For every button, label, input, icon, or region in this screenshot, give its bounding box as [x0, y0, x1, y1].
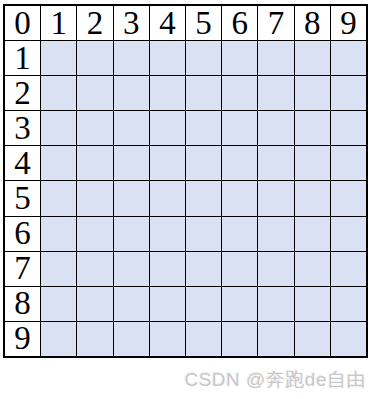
grid-cell [150, 111, 185, 145]
col-header-cell: 5 [186, 6, 221, 40]
row-header-cell: 4 [5, 146, 40, 180]
grid-cell [258, 217, 293, 251]
grid-cell [114, 287, 149, 321]
col-header-cell: 2 [77, 6, 112, 40]
grid-cell [41, 217, 76, 251]
grid-cell [77, 76, 112, 110]
grid-cell [150, 41, 185, 75]
grid-cell [258, 322, 293, 356]
watermark: CSDN @奔跑de自由 [184, 367, 366, 393]
grid-cell [222, 111, 257, 145]
grid-cell [114, 41, 149, 75]
grid-cell [114, 217, 149, 251]
grid-cell [77, 287, 112, 321]
col-header-cell: 7 [258, 6, 293, 40]
grid-cell [186, 146, 221, 180]
grid-cell [295, 322, 330, 356]
grid-cell [186, 111, 221, 145]
grid-cell [295, 217, 330, 251]
grid-cell [41, 322, 76, 356]
grid-cell [331, 322, 366, 356]
col-header-cell: 9 [331, 6, 366, 40]
grid-board: 0123456789123456789 [3, 4, 368, 358]
grid-cell [258, 287, 293, 321]
grid-cell [114, 181, 149, 215]
grid-cell [295, 146, 330, 180]
grid-cell [77, 252, 112, 286]
row-header-cell: 6 [5, 217, 40, 251]
grid-cell [150, 217, 185, 251]
row-header-cell: 8 [5, 287, 40, 321]
grid-cell [295, 287, 330, 321]
col-header-cell: 1 [41, 6, 76, 40]
grid-cell [295, 252, 330, 286]
row-header-cell: 2 [5, 76, 40, 110]
grid-cell [295, 76, 330, 110]
grid-cell [150, 252, 185, 286]
grid-cell [258, 181, 293, 215]
grid-cell [258, 76, 293, 110]
grid-cell [222, 287, 257, 321]
row-header-cell: 5 [5, 181, 40, 215]
grid-cell [186, 287, 221, 321]
grid-cell [186, 76, 221, 110]
grid-cell [295, 111, 330, 145]
grid-cell [114, 76, 149, 110]
col-header-cell: 4 [150, 6, 185, 40]
col-header-cell: 0 [5, 6, 40, 40]
grid-cell [295, 181, 330, 215]
row-header-cell: 9 [5, 322, 40, 356]
grid-cell [186, 41, 221, 75]
grid-cell [222, 146, 257, 180]
grid-cell [150, 287, 185, 321]
grid-cell [331, 111, 366, 145]
grid-cell [222, 322, 257, 356]
grid-cell [150, 181, 185, 215]
grid-cell [41, 111, 76, 145]
grid-cell [258, 41, 293, 75]
grid-cell [41, 287, 76, 321]
grid-cell [186, 181, 221, 215]
grid-cell [77, 111, 112, 145]
grid-cell [222, 181, 257, 215]
grid-cell [77, 181, 112, 215]
grid-cell [41, 181, 76, 215]
grid-cell [114, 322, 149, 356]
grid-cell [331, 181, 366, 215]
col-header-cell: 8 [295, 6, 330, 40]
grid-cell [150, 76, 185, 110]
grid-cell [331, 41, 366, 75]
grid-cell [258, 146, 293, 180]
col-header-cell: 3 [114, 6, 149, 40]
row-header-cell: 7 [5, 252, 40, 286]
grid-cell [186, 322, 221, 356]
grid-cell [222, 217, 257, 251]
grid-cell [331, 146, 366, 180]
grid-cell [222, 252, 257, 286]
grid-cell [41, 146, 76, 180]
grid-cell [77, 146, 112, 180]
grid-cell [41, 41, 76, 75]
row-header-cell: 1 [5, 41, 40, 75]
grid-cell [186, 217, 221, 251]
grid-cell [77, 217, 112, 251]
grid-cell [331, 217, 366, 251]
grid-cell [331, 252, 366, 286]
grid-cell [258, 252, 293, 286]
grid-cell [114, 111, 149, 145]
grid-cell [295, 41, 330, 75]
grid-cell [150, 322, 185, 356]
row-header-cell: 3 [5, 111, 40, 145]
col-header-cell: 6 [222, 6, 257, 40]
grid-cell [331, 287, 366, 321]
grid-cell [186, 252, 221, 286]
grid-cell [77, 322, 112, 356]
grid-cell [77, 41, 112, 75]
grid-cell [258, 111, 293, 145]
grid-cell [222, 76, 257, 110]
grid-cell [331, 76, 366, 110]
grid-cell [41, 252, 76, 286]
grid-cell [150, 146, 185, 180]
grid-cell [41, 76, 76, 110]
grid-cell [222, 41, 257, 75]
grid-cell [114, 252, 149, 286]
grid-cell [114, 146, 149, 180]
